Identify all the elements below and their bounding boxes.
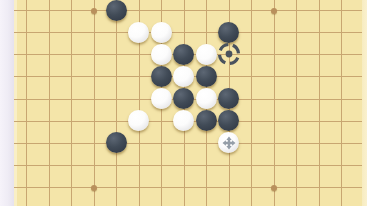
white-stone (196, 44, 217, 65)
star-point (271, 185, 277, 191)
star-point (91, 8, 97, 14)
grid-line-vertical (116, 0, 117, 206)
white-stone (173, 66, 194, 87)
board-edge-right (362, 0, 367, 206)
black-stone (218, 88, 239, 109)
black-stone (218, 110, 239, 131)
white-stone (128, 110, 149, 131)
grid-line-vertical (251, 0, 252, 206)
black-stone (106, 132, 127, 153)
grid-line-vertical (274, 0, 275, 206)
star-point (271, 8, 277, 14)
gomoku-app (0, 0, 367, 206)
grid-line-horizontal (14, 143, 362, 144)
grid-line-horizontal (14, 165, 362, 166)
black-stone (196, 66, 217, 87)
grid-line-horizontal (14, 10, 362, 11)
black-stone (196, 110, 217, 131)
grid-line-vertical (94, 0, 95, 206)
last-move-cross-icon (221, 135, 237, 155)
white-stone (196, 88, 217, 109)
black-stone (106, 0, 127, 21)
grid-line-vertical (71, 0, 72, 206)
board-edge-left (14, 0, 17, 206)
black-stone (173, 88, 194, 109)
white-stone (151, 88, 172, 109)
page-background (0, 0, 14, 206)
grid-line-vertical (49, 0, 50, 206)
grid-line-horizontal (14, 32, 362, 33)
grid-line-vertical (26, 0, 27, 206)
black-stone (151, 66, 172, 87)
pending-move-marker (215, 40, 243, 72)
white-stone (151, 44, 172, 65)
white-stone (151, 22, 172, 43)
white-stone (128, 22, 149, 43)
white-stone (173, 110, 194, 131)
black-stone (173, 44, 194, 65)
grid-line-vertical (341, 0, 342, 206)
grid-line-horizontal (14, 187, 362, 188)
grid-line-vertical (319, 0, 320, 206)
grid-line-vertical (296, 0, 297, 206)
star-point (91, 185, 97, 191)
